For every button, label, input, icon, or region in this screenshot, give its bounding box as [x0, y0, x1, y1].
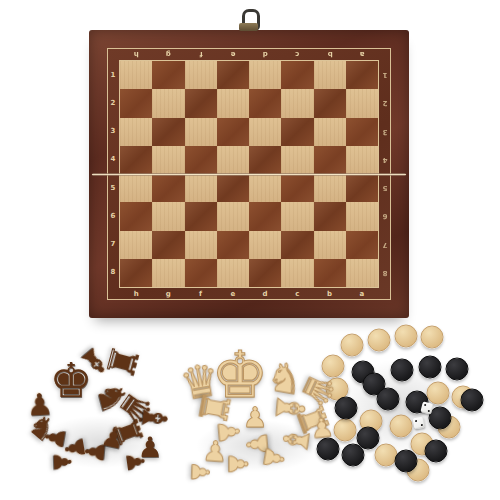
square-e5	[217, 174, 249, 202]
square-a4	[346, 146, 378, 174]
file-label-top-e: e	[217, 48, 249, 60]
checker-black	[446, 358, 469, 381]
square-e1	[217, 61, 249, 89]
rank-label-left-3: 3	[107, 118, 119, 146]
rank-label-left-1: 1	[107, 61, 119, 89]
checker-black	[335, 397, 358, 420]
square-h6	[120, 202, 152, 230]
file-label-bottom-d: d	[249, 288, 281, 300]
square-d8	[249, 259, 281, 287]
square-c1	[281, 61, 313, 89]
square-g6	[152, 202, 184, 230]
product-photo: hgfedcba hgfedcba 12345678 12345678 ♚♟♜♝…	[0, 0, 500, 500]
square-c2	[281, 89, 313, 117]
square-c7	[281, 231, 313, 259]
dark-piece-pawn: ♟	[50, 451, 75, 473]
rank-label-right-2: 2	[379, 89, 391, 117]
rank-label-left-2: 2	[107, 89, 119, 117]
checker-black	[461, 389, 484, 412]
square-d4	[249, 146, 281, 174]
file-label-bottom-f: f	[185, 288, 217, 300]
square-h8	[120, 259, 152, 287]
square-c6	[281, 202, 313, 230]
die-showing-2	[413, 417, 426, 430]
square-h1	[120, 61, 152, 89]
checker-black	[377, 388, 400, 411]
square-f4	[185, 146, 217, 174]
die-pip	[427, 409, 430, 412]
chess-board: hgfedcba hgfedcba 12345678 12345678	[89, 30, 409, 318]
die-pip	[424, 403, 427, 406]
rank-label-left-5: 5	[107, 174, 119, 202]
square-g7	[152, 231, 184, 259]
checker-natural	[395, 325, 418, 348]
square-f7	[185, 231, 217, 259]
square-d3	[249, 118, 281, 146]
square-g8	[152, 259, 184, 287]
square-b5	[314, 174, 346, 202]
square-a1	[346, 61, 378, 89]
rank-label-right-6: 6	[379, 202, 391, 230]
checker-black	[395, 450, 418, 473]
square-e2	[217, 89, 249, 117]
square-e8	[217, 259, 249, 287]
square-a8	[346, 259, 378, 287]
light-piece-pawn: ♟	[225, 452, 251, 475]
square-a2	[346, 89, 378, 117]
square-e4	[217, 146, 249, 174]
light-piece-pawn: ♟	[259, 444, 289, 471]
file-label-bottom-c: c	[281, 288, 313, 300]
square-h3	[120, 118, 152, 146]
file-label-bottom-e: e	[217, 288, 249, 300]
square-d6	[249, 202, 281, 230]
dark-piece-pawn: ♟	[122, 450, 149, 475]
file-label-top-a: a	[346, 48, 378, 60]
square-h4	[120, 146, 152, 174]
clasp-base	[239, 23, 258, 31]
checker-natural	[390, 415, 413, 438]
file-label-top-h: h	[120, 48, 152, 60]
file-labels-top: hgfedcba	[120, 48, 378, 60]
square-g3	[152, 118, 184, 146]
square-e6	[217, 202, 249, 230]
square-e7	[217, 231, 249, 259]
light-piece-pawn: ♟	[188, 461, 213, 483]
square-f1	[185, 61, 217, 89]
rank-label-right-4: 4	[379, 146, 391, 174]
rank-label-left-7: 7	[107, 231, 119, 259]
square-a3	[346, 118, 378, 146]
file-label-top-g: g	[152, 48, 184, 60]
square-e3	[217, 118, 249, 146]
rank-label-right-7: 7	[379, 231, 391, 259]
rank-label-right-3: 3	[379, 118, 391, 146]
square-b1	[314, 61, 346, 89]
square-g4	[152, 146, 184, 174]
die-pip	[415, 420, 418, 423]
square-g1	[152, 61, 184, 89]
checker-natural	[368, 329, 391, 352]
checker-natural	[421, 326, 444, 349]
file-label-top-f: f	[185, 48, 217, 60]
square-g2	[152, 89, 184, 117]
checker-natural	[427, 382, 450, 405]
square-d7	[249, 231, 281, 259]
square-g5	[152, 174, 184, 202]
square-d5	[249, 174, 281, 202]
rank-label-right-8: 8	[379, 259, 391, 287]
square-h7	[120, 231, 152, 259]
square-f2	[185, 89, 217, 117]
square-a5	[346, 174, 378, 202]
die-pip	[420, 423, 423, 426]
clasp-latch	[238, 9, 260, 33]
light-piece-pawn: ♟	[242, 404, 267, 432]
file-label-bottom-g: g	[152, 288, 184, 300]
checker-natural	[341, 334, 364, 357]
square-b6	[314, 202, 346, 230]
checker-black	[342, 444, 365, 467]
file-labels-bottom: hgfedcba	[120, 288, 378, 300]
square-h5	[120, 174, 152, 202]
square-b4	[314, 146, 346, 174]
square-d1	[249, 61, 281, 89]
square-a7	[346, 231, 378, 259]
rank-label-right-1: 1	[379, 61, 391, 89]
checker-natural	[334, 419, 357, 442]
checker-black	[425, 440, 448, 463]
square-c4	[281, 146, 313, 174]
rank-label-left-4: 4	[107, 146, 119, 174]
square-b8	[314, 259, 346, 287]
square-f3	[185, 118, 217, 146]
file-label-top-b: b	[314, 48, 346, 60]
light-piece-pawn: ♟	[309, 414, 335, 442]
square-b3	[314, 118, 346, 146]
square-c8	[281, 259, 313, 287]
rank-label-right-5: 5	[379, 174, 391, 202]
square-c3	[281, 118, 313, 146]
checker-black	[419, 356, 442, 379]
square-f6	[185, 202, 217, 230]
fold-seam	[92, 173, 406, 176]
rank-label-left-8: 8	[107, 259, 119, 287]
square-h2	[120, 89, 152, 117]
checker-black	[391, 359, 414, 382]
square-a6	[346, 202, 378, 230]
file-label-bottom-b: b	[314, 288, 346, 300]
file-label-top-c: c	[281, 48, 313, 60]
file-label-bottom-h: h	[120, 288, 152, 300]
file-label-top-d: d	[249, 48, 281, 60]
square-b2	[314, 89, 346, 117]
square-f5	[185, 174, 217, 202]
square-f8	[185, 259, 217, 287]
square-d2	[249, 89, 281, 117]
file-label-bottom-a: a	[346, 288, 378, 300]
square-b7	[314, 231, 346, 259]
rank-label-left-6: 6	[107, 202, 119, 230]
square-c5	[281, 174, 313, 202]
